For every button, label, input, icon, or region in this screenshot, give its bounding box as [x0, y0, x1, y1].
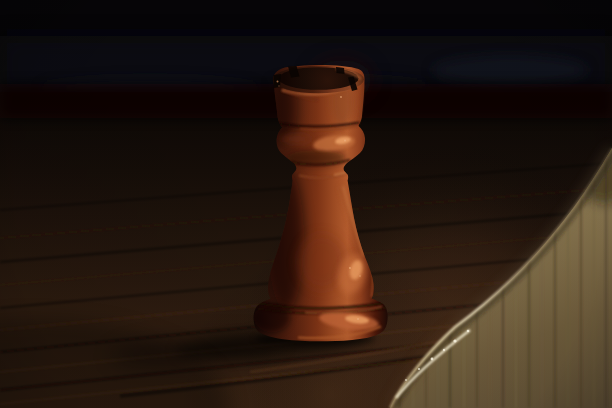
photo-scene — [0, 0, 612, 408]
scene-svg — [0, 0, 612, 408]
